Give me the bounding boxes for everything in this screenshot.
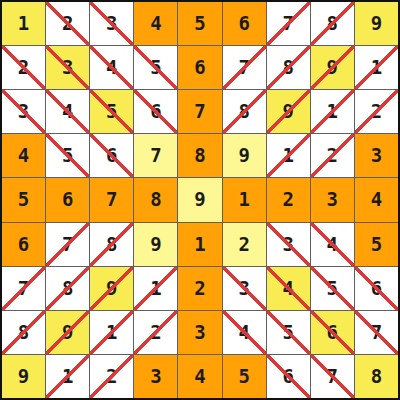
- cell-r7c4[interactable]: 1: [134, 267, 177, 310]
- cell-digit: 6: [371, 279, 382, 298]
- cell-r2c2[interactable]: 3: [46, 46, 89, 89]
- cell-digit: 7: [282, 14, 293, 33]
- cell-r4c4[interactable]: 7: [134, 134, 177, 177]
- cell-digit: 4: [238, 323, 249, 342]
- cell-r3c9[interactable]: 2: [355, 90, 398, 133]
- cell-r5c4[interactable]: 8: [134, 178, 177, 221]
- cell-digit: 4: [194, 367, 205, 386]
- cell-r4c8[interactable]: 2: [311, 134, 354, 177]
- cell-digit: 2: [106, 367, 117, 386]
- cell-r7c9[interactable]: 6: [355, 267, 398, 310]
- cell-digit: 7: [62, 235, 73, 254]
- cell-r6c9[interactable]: 5: [355, 223, 398, 266]
- cell-digit: 6: [106, 146, 117, 165]
- cell-r7c5[interactable]: 2: [178, 267, 221, 310]
- cell-digit: 6: [62, 190, 73, 209]
- cell-r8c5[interactable]: 3: [178, 311, 221, 354]
- cell-r7c3[interactable]: 9: [90, 267, 133, 310]
- cell-digit: 8: [18, 323, 29, 342]
- cell-r6c4[interactable]: 9: [134, 223, 177, 266]
- cell-r9c4[interactable]: 3: [134, 355, 177, 398]
- cell-digit: 1: [238, 190, 249, 209]
- cell-r2c3[interactable]: 4: [90, 46, 133, 89]
- cell-digit: 2: [150, 323, 161, 342]
- cell-digit: 3: [371, 146, 382, 165]
- cell-r8c4[interactable]: 2: [134, 311, 177, 354]
- cell-digit: 9: [62, 323, 73, 342]
- cell-digit: 9: [371, 14, 382, 33]
- puzzle-board: 1234567892345678913456789124567891235678…: [0, 0, 400, 400]
- cell-digit: 2: [238, 235, 249, 254]
- cell-r7c2[interactable]: 8: [46, 267, 89, 310]
- cell-digit: 8: [150, 190, 161, 209]
- cell-r6c6[interactable]: 2: [223, 223, 266, 266]
- cell-digit: 1: [150, 279, 161, 298]
- cell-digit: 5: [106, 102, 117, 121]
- cell-r4c2[interactable]: 5: [46, 134, 89, 177]
- cell-r9c1[interactable]: 9: [2, 355, 45, 398]
- cell-r1c4[interactable]: 4: [134, 2, 177, 45]
- cell-digit: 4: [18, 146, 29, 165]
- cell-r3c4[interactable]: 6: [134, 90, 177, 133]
- cell-r3c6[interactable]: 8: [223, 90, 266, 133]
- cell-digit: 2: [194, 279, 205, 298]
- cell-r5c7[interactable]: 2: [267, 178, 310, 221]
- cell-digit: 6: [18, 235, 29, 254]
- cell-digit: 6: [194, 58, 205, 77]
- cell-r8c3[interactable]: 1: [90, 311, 133, 354]
- cell-digit: 7: [106, 190, 117, 209]
- cell-r9c2[interactable]: 1: [46, 355, 89, 398]
- cell-r9c9[interactable]: 8: [355, 355, 398, 398]
- cell-r2c8[interactable]: 9: [311, 46, 354, 89]
- cell-digit: 5: [238, 367, 249, 386]
- cell-digit: 4: [327, 235, 338, 254]
- cell-r1c7[interactable]: 7: [267, 2, 310, 45]
- cell-digit: 3: [18, 102, 29, 121]
- cell-r5c3[interactable]: 7: [90, 178, 133, 221]
- cell-digit: 3: [62, 58, 73, 77]
- cell-r9c8[interactable]: 7: [311, 355, 354, 398]
- cell-r8c7[interactable]: 5: [267, 311, 310, 354]
- cell-digit: 4: [371, 190, 382, 209]
- cell-r5c6[interactable]: 1: [223, 178, 266, 221]
- cell-r9c3[interactable]: 2: [90, 355, 133, 398]
- cell-r8c8[interactable]: 6: [311, 311, 354, 354]
- cell-r7c6[interactable]: 3: [223, 267, 266, 310]
- cell-r1c8[interactable]: 8: [311, 2, 354, 45]
- cell-digit: 7: [327, 367, 338, 386]
- cell-digit: 7: [194, 102, 205, 121]
- cell-digit: 8: [371, 367, 382, 386]
- cell-digit: 3: [194, 323, 205, 342]
- cell-digit: 3: [150, 367, 161, 386]
- cell-digit: 5: [62, 146, 73, 165]
- cell-digit: 8: [327, 14, 338, 33]
- cell-r8c9[interactable]: 7: [355, 311, 398, 354]
- cell-r5c2[interactable]: 6: [46, 178, 89, 221]
- cell-digit: 6: [238, 14, 249, 33]
- cell-r2c9[interactable]: 1: [355, 46, 398, 89]
- cell-r8c2[interactable]: 9: [46, 311, 89, 354]
- cell-r1c1[interactable]: 1: [2, 2, 45, 45]
- cell-r7c7[interactable]: 4: [267, 267, 310, 310]
- cell-digit: 5: [327, 279, 338, 298]
- cell-digit: 1: [194, 235, 205, 254]
- cell-digit: 7: [150, 146, 161, 165]
- cell-r2c6[interactable]: 7: [223, 46, 266, 89]
- cell-digit: 9: [150, 235, 161, 254]
- cell-digit: 2: [62, 14, 73, 33]
- cell-digit: 5: [150, 58, 161, 77]
- cell-digit: 7: [238, 58, 249, 77]
- cell-r5c5[interactable]: 9: [178, 178, 221, 221]
- cell-digit: 9: [282, 102, 293, 121]
- cell-r8c6[interactable]: 4: [223, 311, 266, 354]
- cell-r2c5[interactable]: 6: [178, 46, 221, 89]
- cell-r6c8[interactable]: 4: [311, 223, 354, 266]
- cell-r5c9[interactable]: 4: [355, 178, 398, 221]
- cell-digit: 8: [238, 102, 249, 121]
- cell-r1c9[interactable]: 9: [355, 2, 398, 45]
- cell-digit: 7: [18, 279, 29, 298]
- cell-digit: 8: [282, 58, 293, 77]
- cell-r5c1[interactable]: 5: [2, 178, 45, 221]
- cell-digit: 9: [194, 190, 205, 209]
- cell-digit: 9: [106, 279, 117, 298]
- cell-digit: 8: [106, 235, 117, 254]
- cell-r9c5[interactable]: 4: [178, 355, 221, 398]
- cell-r5c8[interactable]: 3: [311, 178, 354, 221]
- cell-r6c7[interactable]: 3: [267, 223, 310, 266]
- cell-r7c8[interactable]: 5: [311, 267, 354, 310]
- cell-r2c4[interactable]: 5: [134, 46, 177, 89]
- cell-r8c1[interactable]: 8: [2, 311, 45, 354]
- cell-digit: 4: [150, 14, 161, 33]
- cell-r1c2[interactable]: 2: [46, 2, 89, 45]
- cell-r2c7[interactable]: 8: [267, 46, 310, 89]
- cell-r4c9[interactable]: 3: [355, 134, 398, 177]
- cell-r6c5[interactable]: 1: [178, 223, 221, 266]
- cell-digit: 5: [18, 190, 29, 209]
- cell-r4c7[interactable]: 1: [267, 134, 310, 177]
- cell-digit: 1: [18, 14, 29, 33]
- cell-digit: 2: [327, 146, 338, 165]
- cell-digit: 3: [238, 279, 249, 298]
- cell-r9c6[interactable]: 5: [223, 355, 266, 398]
- cell-digit: 8: [194, 146, 205, 165]
- cell-digit: 3: [327, 190, 338, 209]
- cell-r1c3[interactable]: 3: [90, 2, 133, 45]
- cell-digit: 5: [194, 14, 205, 33]
- cell-r9c7[interactable]: 6: [267, 355, 310, 398]
- cell-digit: 4: [282, 279, 293, 298]
- cell-digit: 7: [371, 323, 382, 342]
- cell-r1c6[interactable]: 6: [223, 2, 266, 45]
- cell-r6c2[interactable]: 7: [46, 223, 89, 266]
- cell-r3c8[interactable]: 1: [311, 90, 354, 133]
- cell-r3c2[interactable]: 4: [46, 90, 89, 133]
- cell-digit: 9: [238, 146, 249, 165]
- cell-digit: 2: [371, 102, 382, 121]
- cell-digit: 9: [18, 367, 29, 386]
- cell-digit: 2: [18, 58, 29, 77]
- cell-digit: 5: [282, 323, 293, 342]
- cell-r6c1[interactable]: 6: [2, 223, 45, 266]
- cell-r4c1[interactable]: 4: [2, 134, 45, 177]
- cell-digit: 1: [371, 58, 382, 77]
- cell-digit: 8: [62, 279, 73, 298]
- cell-r3c3[interactable]: 5: [90, 90, 133, 133]
- cell-digit: 1: [106, 323, 117, 342]
- cell-digit: 4: [106, 58, 117, 77]
- cell-r6c3[interactable]: 8: [90, 223, 133, 266]
- cell-r2c1[interactable]: 2: [2, 46, 45, 89]
- cell-digit: 3: [106, 14, 117, 33]
- cell-digit: 9: [327, 58, 338, 77]
- cell-r1c5[interactable]: 5: [178, 2, 221, 45]
- cell-r4c3[interactable]: 6: [90, 134, 133, 177]
- cell-r4c5[interactable]: 8: [178, 134, 221, 177]
- cell-digit: 6: [150, 102, 161, 121]
- cell-digit: 1: [62, 367, 73, 386]
- cell-digit: 4: [62, 102, 73, 121]
- cell-r3c5[interactable]: 7: [178, 90, 221, 133]
- cell-digit: 6: [282, 367, 293, 386]
- cell-digit: 1: [327, 102, 338, 121]
- cell-digit: 1: [282, 146, 293, 165]
- cell-r3c7[interactable]: 9: [267, 90, 310, 133]
- cell-r4c6[interactable]: 9: [223, 134, 266, 177]
- cell-r7c1[interactable]: 7: [2, 267, 45, 310]
- cell-r3c1[interactable]: 3: [2, 90, 45, 133]
- cell-digit: 5: [371, 235, 382, 254]
- cell-digit: 3: [282, 235, 293, 254]
- cell-digit: 2: [282, 190, 293, 209]
- cell-digit: 6: [327, 323, 338, 342]
